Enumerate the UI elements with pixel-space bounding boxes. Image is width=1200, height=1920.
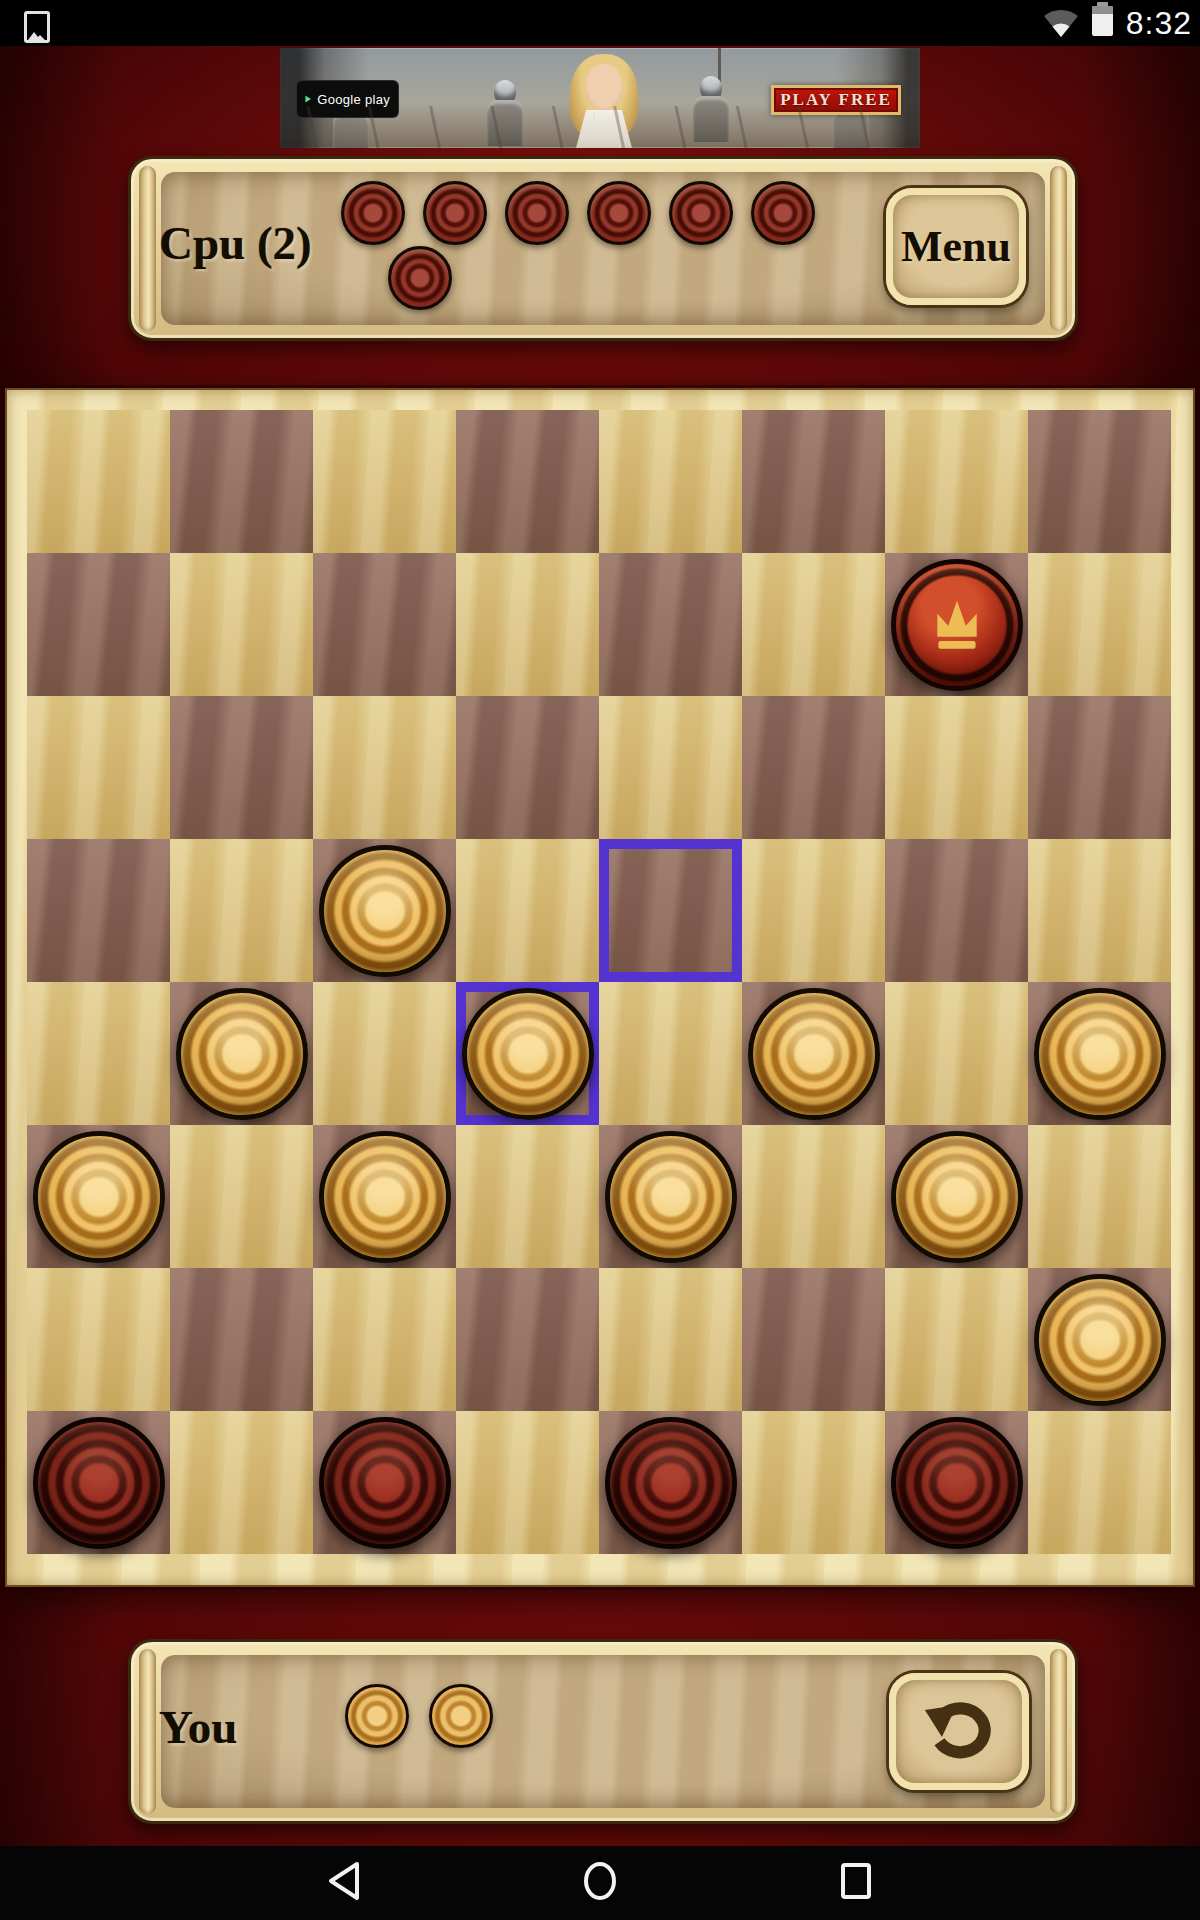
square-r7-c2[interactable]	[313, 1411, 456, 1554]
captured-red-piece	[669, 181, 733, 245]
captured-red-piece	[751, 181, 815, 245]
square-r1-c1[interactable]	[170, 553, 313, 696]
gold-man-piece[interactable]	[176, 988, 308, 1120]
square-r6-c3[interactable]	[456, 1268, 599, 1411]
captured-red-piece	[341, 181, 405, 245]
status-bar: 8:32	[0, 0, 1200, 46]
gold-man-piece[interactable]	[1034, 1274, 1166, 1406]
gold-man-piece[interactable]	[462, 988, 594, 1120]
gold-man-piece[interactable]	[319, 1131, 451, 1263]
square-r0-c5[interactable]	[742, 410, 885, 553]
necklace	[593, 112, 619, 126]
square-r2-c7[interactable]	[1028, 696, 1171, 839]
nav-bar	[0, 1846, 1200, 1920]
square-r2-c0[interactable]	[27, 696, 170, 839]
square-r5-c6[interactable]	[885, 1125, 1028, 1268]
square-r3-c1[interactable]	[170, 839, 313, 982]
square-r4-c5[interactable]	[742, 982, 885, 1125]
undo-arrow-icon	[920, 1693, 998, 1771]
board-frame	[5, 388, 1195, 1587]
square-r3-c2[interactable]	[313, 839, 456, 982]
square-r1-c4[interactable]	[599, 553, 742, 696]
cpu-label: Cpu (2)	[159, 216, 312, 270]
square-r0-c6[interactable]	[885, 410, 1028, 553]
undo-button[interactable]	[889, 1673, 1029, 1790]
square-r1-c0[interactable]	[27, 553, 170, 696]
square-r6-c2[interactable]	[313, 1268, 456, 1411]
square-r6-c6[interactable]	[885, 1268, 1028, 1411]
square-r3-c6[interactable]	[885, 839, 1028, 982]
square-r1-c3[interactable]	[456, 553, 599, 696]
gold-man-piece[interactable]	[1034, 988, 1166, 1120]
home-icon[interactable]	[578, 1859, 622, 1903]
knight-figure	[494, 80, 523, 146]
red-man-piece[interactable]	[33, 1417, 165, 1549]
you-panel: You	[128, 1639, 1078, 1824]
square-r6-c1[interactable]	[170, 1268, 313, 1411]
square-r4-c3[interactable]	[456, 982, 599, 1125]
square-r4-c4[interactable]	[599, 982, 742, 1125]
play-triangle-icon	[305, 90, 311, 108]
square-r1-c7[interactable]	[1028, 553, 1171, 696]
square-r4-c2[interactable]	[313, 982, 456, 1125]
ad-banner[interactable]: Google play PLAY FREE	[280, 48, 920, 148]
square-r5-c4[interactable]	[599, 1125, 742, 1268]
square-r4-c1[interactable]	[170, 982, 313, 1125]
play-free-button[interactable]: PLAY FREE	[771, 85, 901, 115]
square-r5-c0[interactable]	[27, 1125, 170, 1268]
square-r7-c6[interactable]	[885, 1411, 1028, 1554]
square-r0-c1[interactable]	[170, 410, 313, 553]
square-r5-c7[interactable]	[1028, 1125, 1171, 1268]
square-r7-c1[interactable]	[170, 1411, 313, 1554]
square-r6-c7[interactable]	[1028, 1268, 1171, 1411]
king-crown-icon	[922, 588, 992, 658]
square-r7-c0[interactable]	[27, 1411, 170, 1554]
gold-man-piece[interactable]	[605, 1131, 737, 1263]
square-r7-c5[interactable]	[742, 1411, 885, 1554]
captured-red-piece	[587, 181, 651, 245]
square-r2-c3[interactable]	[456, 696, 599, 839]
square-r4-c6[interactable]	[885, 982, 1028, 1125]
square-r0-c0[interactable]	[27, 410, 170, 553]
board	[27, 410, 1171, 1554]
square-r5-c3[interactable]	[456, 1125, 599, 1268]
gold-man-piece[interactable]	[319, 845, 451, 977]
captured-red-piece	[388, 246, 452, 310]
square-r6-c0[interactable]	[27, 1268, 170, 1411]
ad-woman-face	[585, 64, 623, 110]
square-r2-c4[interactable]	[599, 696, 742, 839]
ad-woman-dress	[576, 110, 632, 148]
square-r4-c0[interactable]	[27, 982, 170, 1125]
square-r4-c7[interactable]	[1028, 982, 1171, 1125]
square-r7-c7[interactable]	[1028, 1411, 1171, 1554]
square-r6-c4[interactable]	[599, 1268, 742, 1411]
captured-gold-piece	[345, 1684, 409, 1748]
back-icon[interactable]	[322, 1859, 366, 1903]
square-r5-c2[interactable]	[313, 1125, 456, 1268]
square-r0-c7[interactable]	[1028, 410, 1171, 553]
square-r2-c2[interactable]	[313, 696, 456, 839]
recents-icon[interactable]	[834, 1859, 878, 1903]
red-man-piece[interactable]	[319, 1417, 451, 1549]
wifi-icon	[1042, 7, 1080, 43]
square-r3-c4[interactable]	[599, 839, 742, 982]
google-play-label: Google play	[317, 92, 390, 107]
square-r1-c6[interactable]	[885, 553, 1028, 696]
clock: 8:32	[1126, 5, 1192, 42]
square-r5-c5[interactable]	[742, 1125, 885, 1268]
screenshot-notification-icon	[24, 11, 50, 43]
red-king-piece[interactable]	[891, 559, 1023, 691]
square-r2-c5[interactable]	[742, 696, 885, 839]
square-r5-c1[interactable]	[170, 1125, 313, 1268]
captured-gold-piece	[429, 1684, 493, 1748]
battery-icon	[1092, 6, 1113, 36]
red-man-piece[interactable]	[605, 1417, 737, 1549]
square-r7-c3[interactable]	[456, 1411, 599, 1554]
square-r2-c6[interactable]	[885, 696, 1028, 839]
knight-figure	[700, 76, 729, 142]
square-r7-c4[interactable]	[599, 1411, 742, 1554]
cpu-panel: Cpu (2) Menu	[128, 156, 1078, 341]
gold-man-piece[interactable]	[891, 1131, 1023, 1263]
screen: 8:32 Google play PLAY FREE Cpu (2) Men	[0, 0, 1200, 1920]
you-label: You	[159, 1700, 237, 1754]
square-r0-c3[interactable]	[456, 410, 599, 553]
red-man-piece[interactable]	[891, 1417, 1023, 1549]
square-r3-c0[interactable]	[27, 839, 170, 982]
captured-red-piece	[423, 181, 487, 245]
square-r1-c2[interactable]	[313, 553, 456, 696]
captured-red-piece	[505, 181, 569, 245]
gold-man-piece[interactable]	[748, 988, 880, 1120]
menu-button[interactable]: Menu	[886, 188, 1026, 305]
google-play-badge[interactable]: Google play	[297, 81, 398, 117]
square-r3-c5[interactable]	[742, 839, 885, 982]
square-r0-c2[interactable]	[313, 410, 456, 553]
square-r0-c4[interactable]	[599, 410, 742, 553]
gold-man-piece[interactable]	[33, 1131, 165, 1263]
square-r2-c1[interactable]	[170, 696, 313, 839]
square-r1-c5[interactable]	[742, 553, 885, 696]
square-r3-c7[interactable]	[1028, 839, 1171, 982]
square-r6-c5[interactable]	[742, 1268, 885, 1411]
square-r3-c3[interactable]	[456, 839, 599, 982]
